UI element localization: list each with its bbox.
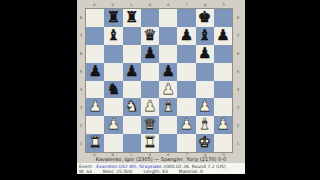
- black-king-g8[interactable]: ♚: [196, 9, 214, 27]
- square-f7[interactable]: ♟: [177, 27, 195, 45]
- square-e8[interactable]: [159, 9, 177, 27]
- file-labels-top: abcdefgh: [85, 2, 233, 7]
- black-queen-d7[interactable]: ♛: [141, 27, 159, 45]
- players-line: Kavalenko, Igor (2305) — Spangler, Yuriy…: [77, 156, 245, 162]
- square-c6[interactable]: [123, 45, 141, 63]
- rank-label-6: 6: [80, 51, 83, 56]
- square-c1[interactable]: [123, 134, 141, 152]
- rank-label-3: 3: [237, 105, 240, 110]
- square-e3[interactable]: ♝: [159, 98, 177, 116]
- white-pawn-e4[interactable]: ♟: [159, 81, 177, 99]
- rank-label-8: 8: [237, 15, 240, 20]
- square-h4[interactable]: [214, 81, 232, 99]
- square-g5[interactable]: [196, 63, 214, 81]
- square-f4[interactable]: [177, 81, 195, 99]
- square-g4[interactable]: [196, 81, 214, 99]
- square-a3[interactable]: ♟: [86, 98, 104, 116]
- stats-line: W: a3 Next: 25 (b4) Length: 43 Material:…: [79, 169, 243, 174]
- square-h2[interactable]: ♟: [214, 116, 232, 134]
- file-label-a: a: [85, 2, 104, 7]
- board-panel: abcdefgh abcdefgh 87654321 87654321 ♜♜♚♝…: [77, 0, 245, 174]
- square-a6[interactable]: [86, 45, 104, 63]
- rank-label-7: 7: [80, 33, 83, 38]
- square-c5[interactable]: ♟: [123, 63, 141, 81]
- chess-board[interactable]: ♜♜♚♝♛♟♝♟♟♟♟♟♟♞♟♟♞♟♝♟♟♛♟♝♟♜♜♚: [85, 8, 233, 153]
- square-c7[interactable]: [123, 27, 141, 45]
- square-g7[interactable]: ♝: [196, 27, 214, 45]
- rank-label-1: 1: [80, 141, 83, 146]
- stat-length: Length: 43: [144, 169, 168, 174]
- square-b1[interactable]: [104, 134, 122, 152]
- square-g3[interactable]: ♟: [196, 98, 214, 116]
- square-f2[interactable]: ♟: [177, 116, 195, 134]
- black-pawn-a5[interactable]: ♟: [86, 63, 104, 81]
- white-queen-d2[interactable]: ♛: [141, 116, 159, 134]
- square-a7[interactable]: [86, 27, 104, 45]
- square-c2[interactable]: [123, 116, 141, 134]
- square-d7[interactable]: ♛: [141, 27, 159, 45]
- white-pawn-b2[interactable]: ♟: [104, 116, 122, 134]
- square-f5[interactable]: [177, 63, 195, 81]
- rank-label-5: 5: [237, 69, 240, 74]
- square-g6[interactable]: ♟: [196, 45, 214, 63]
- rank-labels-right: 87654321: [235, 8, 241, 153]
- white-pawn-d3[interactable]: ♟: [141, 98, 159, 116]
- black-pawn-f7[interactable]: ♟: [177, 27, 195, 45]
- square-e7[interactable]: [159, 27, 177, 45]
- black-pawn-g6[interactable]: ♟: [196, 45, 214, 63]
- black-rook-b8[interactable]: ♜: [104, 9, 122, 27]
- square-d8[interactable]: [141, 9, 159, 27]
- square-e6[interactable]: [159, 45, 177, 63]
- square-b4[interactable]: ♞: [104, 81, 122, 99]
- square-c3[interactable]: ♞: [123, 98, 141, 116]
- black-pawn-d6[interactable]: ♟: [141, 45, 159, 63]
- file-label-c: c: [122, 2, 141, 7]
- rank-label-3: 3: [80, 105, 83, 110]
- black-pawn-e5[interactable]: ♟: [159, 63, 177, 81]
- rank-label-8: 8: [80, 15, 83, 20]
- square-a2[interactable]: [86, 116, 104, 134]
- white-knight-c3[interactable]: ♞: [123, 98, 141, 116]
- file-label-b: b: [104, 2, 123, 7]
- white-pawn-g3[interactable]: ♟: [196, 98, 214, 116]
- white-bishop-g2[interactable]: ♝: [196, 116, 214, 134]
- square-c8[interactable]: ♜: [123, 9, 141, 27]
- square-d3[interactable]: ♟: [141, 98, 159, 116]
- game-info-box: Event : Evanston U32 4th, Grayslake 2000…: [77, 163, 245, 174]
- square-b3[interactable]: [104, 98, 122, 116]
- square-a1[interactable]: ♜: [86, 134, 104, 152]
- white-pawn-h2[interactable]: ♟: [214, 116, 232, 134]
- white-rook-d1[interactable]: ♜: [141, 134, 159, 152]
- square-d4[interactable]: [141, 81, 159, 99]
- file-label-d: d: [141, 2, 160, 7]
- square-c4[interactable]: [123, 81, 141, 99]
- square-b7[interactable]: ♝: [104, 27, 122, 45]
- black-knight-b4[interactable]: ♞: [104, 81, 122, 99]
- square-f8[interactable]: [177, 9, 195, 27]
- square-h7[interactable]: ♟: [214, 27, 232, 45]
- white-king-g1[interactable]: ♚: [196, 134, 214, 152]
- black-bishop-g7[interactable]: ♝: [196, 27, 214, 45]
- square-b6[interactable]: [104, 45, 122, 63]
- square-d1[interactable]: ♜: [141, 134, 159, 152]
- square-b5[interactable]: [104, 63, 122, 81]
- white-pawn-f2[interactable]: ♟: [177, 116, 195, 134]
- file-label-h: h: [215, 2, 234, 7]
- black-pawn-h7[interactable]: ♟: [214, 27, 232, 45]
- stat-material: Material: 0: [179, 169, 203, 174]
- white-bishop-e3[interactable]: ♝: [159, 98, 177, 116]
- black-bishop-b7[interactable]: ♝: [104, 27, 122, 45]
- rank-label-2: 2: [80, 123, 83, 128]
- square-e5[interactable]: ♟: [159, 63, 177, 81]
- rank-label-5: 5: [80, 69, 83, 74]
- rank-labels-left: 87654321: [78, 8, 84, 153]
- square-a4[interactable]: [86, 81, 104, 99]
- stat-last-move: W: a3: [79, 169, 92, 174]
- square-e4[interactable]: ♟: [159, 81, 177, 99]
- square-e1[interactable]: [159, 134, 177, 152]
- rank-label-4: 4: [237, 87, 240, 92]
- square-d2[interactable]: ♛: [141, 116, 159, 134]
- rank-label-2: 2: [237, 123, 240, 128]
- square-h3[interactable]: [214, 98, 232, 116]
- square-f3[interactable]: [177, 98, 195, 116]
- stat-next-move: Next: 25 (b4): [103, 169, 133, 174]
- square-h5[interactable]: [214, 63, 232, 81]
- square-g1[interactable]: ♚: [196, 134, 214, 152]
- black-pawn-c5[interactable]: ♟: [123, 63, 141, 81]
- square-h6[interactable]: [214, 45, 232, 63]
- rank-label-6: 6: [237, 51, 240, 56]
- file-label-g: g: [196, 2, 215, 7]
- square-f1[interactable]: [177, 134, 195, 152]
- square-e2[interactable]: [159, 116, 177, 134]
- white-pawn-a3[interactable]: ♟: [86, 98, 104, 116]
- white-rook-a1[interactable]: ♜: [86, 134, 104, 152]
- square-f6[interactable]: [177, 45, 195, 63]
- square-d5[interactable]: [141, 63, 159, 81]
- square-a5[interactable]: ♟: [86, 63, 104, 81]
- black-rook-c8[interactable]: ♜: [123, 9, 141, 27]
- file-label-e: e: [159, 2, 178, 7]
- square-b8[interactable]: ♜: [104, 9, 122, 27]
- square-h1[interactable]: [214, 134, 232, 152]
- rank-label-1: 1: [237, 141, 240, 146]
- square-d6[interactable]: ♟: [141, 45, 159, 63]
- square-g8[interactable]: ♚: [196, 9, 214, 27]
- square-b2[interactable]: ♟: [104, 116, 122, 134]
- rank-label-7: 7: [237, 33, 240, 38]
- square-a8[interactable]: [86, 9, 104, 27]
- square-g2[interactable]: ♝: [196, 116, 214, 134]
- square-h8[interactable]: [214, 9, 232, 27]
- rank-label-4: 4: [80, 87, 83, 92]
- file-label-f: f: [178, 2, 197, 7]
